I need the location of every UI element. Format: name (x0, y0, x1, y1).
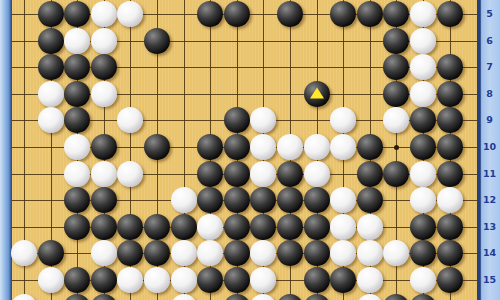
black-stone (64, 294, 90, 300)
black-stone (437, 214, 463, 240)
row-coordinate-label: 8 (481, 88, 498, 99)
black-stone (383, 54, 409, 80)
black-stone (144, 214, 170, 240)
black-stone (64, 214, 90, 240)
black-stone (144, 240, 170, 266)
black-stone (304, 267, 330, 293)
black-stone (437, 267, 463, 293)
white-stone (250, 134, 276, 160)
white-stone (383, 240, 409, 266)
black-stone (277, 214, 303, 240)
black-stone (304, 214, 330, 240)
black-stone (91, 267, 117, 293)
row-coordinate-label: 6 (481, 35, 498, 46)
black-stone (224, 214, 250, 240)
black-stone (197, 134, 223, 160)
black-stone (38, 240, 64, 266)
black-stone (197, 267, 223, 293)
hoshi-point (394, 145, 399, 150)
white-stone (357, 294, 383, 300)
black-stone (224, 134, 250, 160)
go-board[interactable] (12, 0, 477, 300)
black-stone (277, 161, 303, 187)
black-stone (410, 107, 436, 133)
black-stone (224, 294, 250, 300)
white-stone (410, 1, 436, 27)
row-coordinate-label: 11 (481, 168, 498, 179)
black-stone (383, 28, 409, 54)
black-stone (437, 1, 463, 27)
white-stone (330, 214, 356, 240)
black-stone (91, 214, 117, 240)
black-stone-marked (304, 81, 330, 107)
row-coordinate-label: 5 (481, 8, 498, 19)
white-stone (410, 28, 436, 54)
white-stone (330, 107, 356, 133)
black-stone (64, 54, 90, 80)
black-stone (64, 1, 90, 27)
black-stone (357, 134, 383, 160)
black-stone (357, 1, 383, 27)
white-stone (171, 267, 197, 293)
white-stone (38, 267, 64, 293)
black-stone (357, 187, 383, 213)
white-stone (330, 187, 356, 213)
row-coordinate-label: 9 (481, 114, 498, 125)
white-stone (410, 81, 436, 107)
white-stone (330, 134, 356, 160)
black-stone (410, 294, 436, 300)
black-stone (224, 240, 250, 266)
white-stone (91, 1, 117, 27)
black-stone (117, 240, 143, 266)
black-stone (437, 240, 463, 266)
black-stone (144, 134, 170, 160)
row-coordinate-label: 10 (481, 141, 498, 152)
black-stone (383, 161, 409, 187)
black-stone (224, 161, 250, 187)
black-stone (437, 54, 463, 80)
black-stone (171, 214, 197, 240)
white-stone (11, 240, 37, 266)
black-stone (38, 28, 64, 54)
black-stone (38, 1, 64, 27)
black-stone (330, 1, 356, 27)
black-stone (304, 187, 330, 213)
white-stone (144, 267, 170, 293)
black-stone (91, 294, 117, 300)
black-stone (410, 134, 436, 160)
white-stone (250, 267, 276, 293)
black-stone (91, 134, 117, 160)
black-stone (304, 294, 330, 300)
white-stone (250, 240, 276, 266)
white-stone (304, 161, 330, 187)
white-stone (117, 1, 143, 27)
black-stone (383, 294, 409, 300)
black-stone (250, 187, 276, 213)
black-stone (330, 267, 356, 293)
row-coordinate-label: 12 (481, 194, 498, 205)
black-stone (197, 187, 223, 213)
black-stone (277, 294, 303, 300)
black-stone (38, 54, 64, 80)
white-stone (38, 81, 64, 107)
black-stone (224, 1, 250, 27)
black-stone (224, 187, 250, 213)
black-stone (383, 81, 409, 107)
white-stone (250, 107, 276, 133)
white-stone (437, 187, 463, 213)
white-stone (171, 240, 197, 266)
white-stone (357, 240, 383, 266)
black-stone (117, 214, 143, 240)
white-stone (117, 107, 143, 133)
black-stone (64, 81, 90, 107)
black-stone (64, 107, 90, 133)
black-stone (277, 240, 303, 266)
white-stone (410, 54, 436, 80)
white-stone (410, 267, 436, 293)
black-stone (197, 1, 223, 27)
white-stone (277, 134, 303, 160)
black-stone (91, 54, 117, 80)
black-stone (64, 267, 90, 293)
black-stone (437, 161, 463, 187)
white-stone (91, 28, 117, 54)
white-stone (304, 134, 330, 160)
white-stone (64, 134, 90, 160)
row-coordinate-label: 15 (481, 274, 498, 285)
white-stone (383, 107, 409, 133)
white-stone (410, 161, 436, 187)
white-stone (91, 81, 117, 107)
black-stone (357, 161, 383, 187)
black-stone (277, 187, 303, 213)
white-stone (357, 214, 383, 240)
black-stone (437, 134, 463, 160)
black-stone (437, 107, 463, 133)
white-stone (197, 240, 223, 266)
row-coordinate-label: 13 (481, 221, 498, 232)
white-stone (197, 214, 223, 240)
white-stone (171, 294, 197, 300)
white-stone (11, 294, 37, 300)
board-right-border: 5678910111213141516 (477, 0, 500, 300)
white-stone (117, 267, 143, 293)
black-stone (250, 214, 276, 240)
black-stone (224, 267, 250, 293)
go-diagram: 5678910111213141516 (0, 0, 500, 300)
white-stone (117, 161, 143, 187)
white-stone (171, 187, 197, 213)
white-stone (357, 267, 383, 293)
black-stone (91, 187, 117, 213)
black-stone (410, 240, 436, 266)
white-stone (330, 240, 356, 266)
black-stone (224, 107, 250, 133)
black-stone (304, 240, 330, 266)
row-coordinate-label: 7 (481, 61, 498, 72)
triangle-mark-icon (310, 87, 324, 98)
white-stone (64, 28, 90, 54)
black-stone (144, 28, 170, 54)
row-coordinate-label: 14 (481, 247, 498, 258)
black-stone (197, 161, 223, 187)
white-stone (91, 161, 117, 187)
black-stone (383, 1, 409, 27)
white-stone (250, 294, 276, 300)
black-stone (64, 187, 90, 213)
black-stone (277, 1, 303, 27)
black-stone (437, 81, 463, 107)
white-stone (38, 107, 64, 133)
white-stone (410, 187, 436, 213)
black-stone (410, 214, 436, 240)
white-stone (91, 240, 117, 266)
white-stone (250, 161, 276, 187)
white-stone (64, 161, 90, 187)
